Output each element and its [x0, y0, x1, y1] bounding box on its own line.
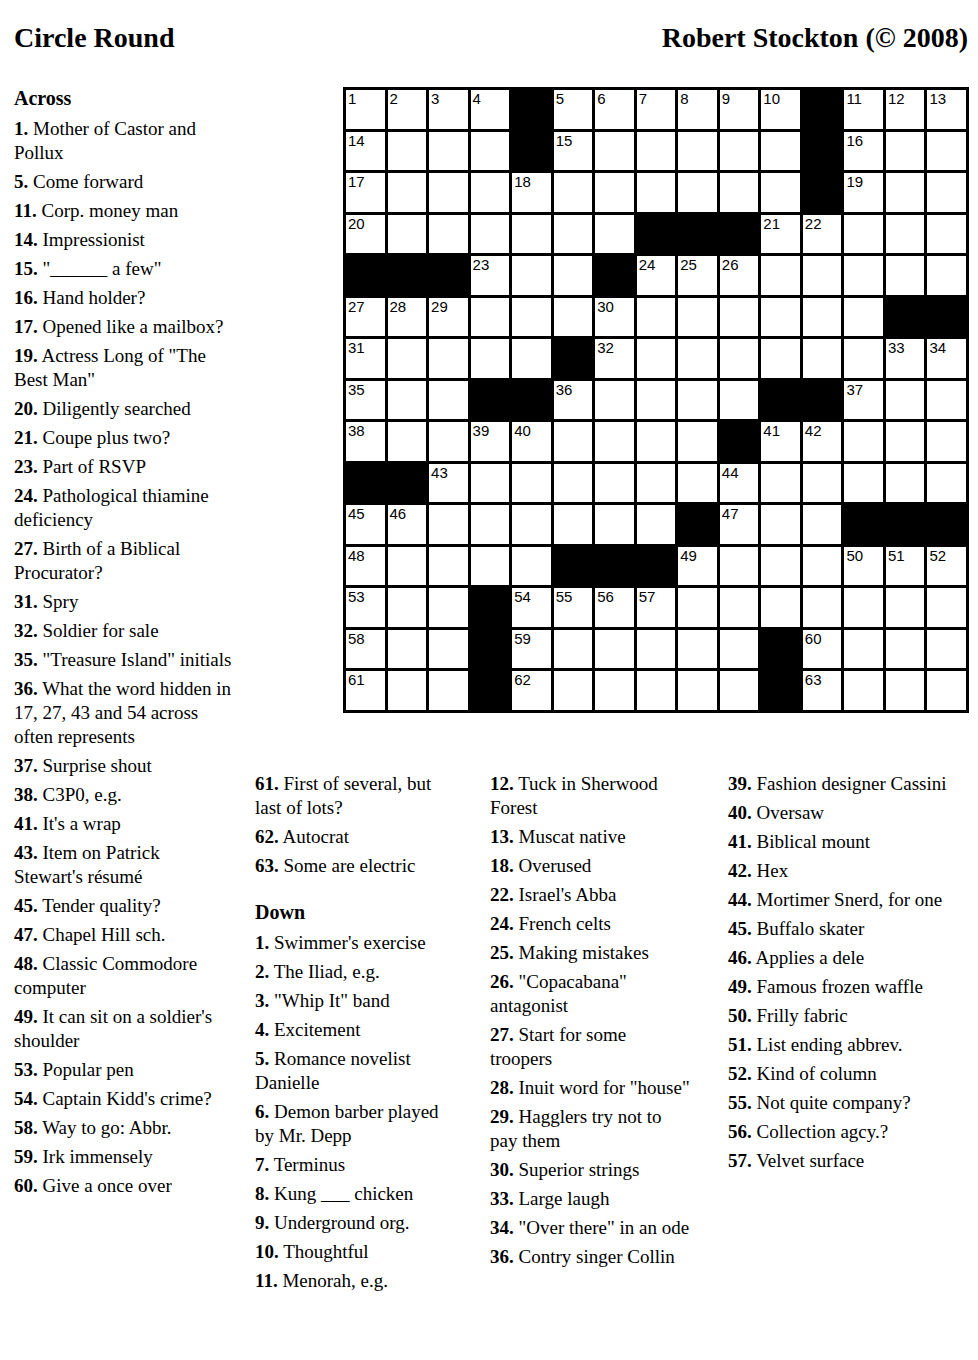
- clue-text: Underground org.: [269, 1212, 409, 1233]
- white-cell-r10c5[interactable]: [512, 464, 551, 503]
- white-cell-r3c1[interactable]: 17: [346, 173, 385, 212]
- clue-number: 57.: [728, 1150, 752, 1171]
- white-cell-r4c12[interactable]: 22: [803, 215, 842, 254]
- white-cell-r2c3[interactable]: [429, 132, 468, 171]
- white-cell-r1c1[interactable]: 1: [346, 90, 385, 129]
- white-cell-r11c5[interactable]: [512, 505, 551, 544]
- white-cell-r10c4[interactable]: [471, 464, 510, 503]
- white-cell-r11c12[interactable]: [803, 505, 842, 544]
- white-cell-r8c10[interactable]: [720, 381, 759, 420]
- black-cell-r11c13: [844, 505, 883, 544]
- white-cell-r7c4[interactable]: [471, 339, 510, 378]
- white-cell-r7c14[interactable]: 33: [886, 339, 925, 378]
- white-cell-r13c8[interactable]: 57: [637, 588, 676, 627]
- white-cell-r11c10[interactable]: 47: [720, 505, 759, 544]
- clue-text: Some are electric: [279, 855, 416, 876]
- white-cell-r1c7[interactable]: 6: [595, 90, 634, 129]
- cell-number: 60: [805, 631, 822, 646]
- white-cell-r14c1[interactable]: 58: [346, 630, 385, 669]
- white-cell-r3c6[interactable]: [554, 173, 593, 212]
- cell-number: 61: [348, 672, 365, 687]
- white-cell-r15c10[interactable]: [720, 671, 759, 710]
- down-clue-1: 1. Swimmer's exercise: [255, 931, 455, 955]
- white-cell-r9c1[interactable]: 38: [346, 422, 385, 461]
- white-cell-r13c6[interactable]: 55: [554, 588, 593, 627]
- black-cell-r12c8: [637, 547, 676, 586]
- white-cell-r15c15[interactable]: [927, 671, 966, 710]
- white-cell-r3c10[interactable]: [720, 173, 759, 212]
- cell-number: 41: [763, 423, 780, 438]
- clue-number: 49.: [728, 976, 752, 997]
- white-cell-r4c14[interactable]: [886, 215, 925, 254]
- clue-number: 48.: [14, 953, 38, 974]
- white-cell-r11c1[interactable]: 45: [346, 505, 385, 544]
- clue-number: 45.: [728, 918, 752, 939]
- white-cell-r2c8[interactable]: [637, 132, 676, 171]
- cell-number: 62: [514, 672, 531, 687]
- white-cell-r2c6[interactable]: 15: [554, 132, 593, 171]
- white-cell-r8c14[interactable]: [886, 381, 925, 420]
- white-cell-r12c5[interactable]: [512, 547, 551, 586]
- white-cell-r1c3[interactable]: 3: [429, 90, 468, 129]
- across-clue-54: 54. Captain Kidd's crime?: [14, 1087, 232, 1111]
- clue-text: It can sit on a soldier's shoulder: [14, 1006, 212, 1051]
- black-cell-r11c14: [886, 505, 925, 544]
- across-clues-header: Across: [14, 86, 232, 110]
- white-cell-r3c5[interactable]: 18: [512, 173, 551, 212]
- black-cell-r14c11: [761, 630, 800, 669]
- white-cell-r13c12[interactable]: [803, 588, 842, 627]
- white-cell-r5c11[interactable]: [761, 256, 800, 295]
- cell-number: 13: [929, 91, 946, 106]
- white-cell-r2c4[interactable]: [471, 132, 510, 171]
- black-cell-r5c3: [429, 256, 468, 295]
- down-clue-28: 28. Inuit word for "house": [490, 1076, 692, 1100]
- white-cell-r9c12[interactable]: 42: [803, 422, 842, 461]
- clue-number: 44.: [728, 889, 752, 910]
- white-cell-r11c2[interactable]: 46: [388, 505, 427, 544]
- clue-number: 9.: [255, 1212, 269, 1233]
- white-cell-r14c13[interactable]: [844, 630, 883, 669]
- white-cell-r15c13[interactable]: [844, 671, 883, 710]
- cell-number: 50: [846, 548, 863, 563]
- clue-text: Tender quality?: [38, 895, 161, 916]
- white-cell-r10c12[interactable]: [803, 464, 842, 503]
- white-cell-r7c15[interactable]: 34: [927, 339, 966, 378]
- white-cell-r14c5[interactable]: 59: [512, 630, 551, 669]
- clue-number: 27.: [490, 1024, 514, 1045]
- clue-number: 50.: [728, 1005, 752, 1026]
- white-cell-r4c6[interactable]: [554, 215, 593, 254]
- white-cell-r9c15[interactable]: [927, 422, 966, 461]
- white-cell-r4c13[interactable]: [844, 215, 883, 254]
- white-cell-r7c8[interactable]: [637, 339, 676, 378]
- white-cell-r11c4[interactable]: [471, 505, 510, 544]
- white-cell-r14c8[interactable]: [637, 630, 676, 669]
- clue-number: 29.: [490, 1106, 514, 1127]
- white-cell-r1c14[interactable]: 12: [886, 90, 925, 129]
- white-cell-r13c14[interactable]: [886, 588, 925, 627]
- white-cell-r4c3[interactable]: [429, 215, 468, 254]
- white-cell-r14c14[interactable]: [886, 630, 925, 669]
- down-clue-18: 18. Overused: [490, 854, 692, 878]
- cell-number: 8: [680, 91, 688, 106]
- white-cell-r9c6[interactable]: [554, 422, 593, 461]
- cell-number: 18: [514, 174, 531, 189]
- white-cell-r7c9[interactable]: [678, 339, 717, 378]
- cell-number: 23: [473, 257, 490, 272]
- clue-text: Not quite company?: [752, 1092, 911, 1113]
- white-cell-r6c6[interactable]: [554, 298, 593, 337]
- white-cell-r13c7[interactable]: 56: [595, 588, 634, 627]
- white-cell-r12c1[interactable]: 48: [346, 547, 385, 586]
- white-cell-r4c5[interactable]: [512, 215, 551, 254]
- white-cell-r13c9[interactable]: [678, 588, 717, 627]
- white-cell-r6c8[interactable]: [637, 298, 676, 337]
- white-cell-r3c2[interactable]: [388, 173, 427, 212]
- white-cell-r3c15[interactable]: [927, 173, 966, 212]
- white-cell-r6c5[interactable]: [512, 298, 551, 337]
- white-cell-r3c4[interactable]: [471, 173, 510, 212]
- cell-number: 48: [348, 548, 365, 563]
- down-clue-30: 30. Superior strings: [490, 1158, 692, 1182]
- white-cell-r6c3[interactable]: 29: [429, 298, 468, 337]
- white-cell-r2c9[interactable]: [678, 132, 717, 171]
- black-cell-r6c15: [927, 298, 966, 337]
- clue-text: C3P0, e.g.: [38, 784, 122, 805]
- down-clue-36: 36. Contry singer Collin: [490, 1245, 692, 1269]
- cell-number: 22: [805, 216, 822, 231]
- clue-text: "______ a few": [38, 258, 162, 279]
- white-cell-r2c11[interactable]: [761, 132, 800, 171]
- white-cell-r7c1[interactable]: 31: [346, 339, 385, 378]
- white-cell-r10c15[interactable]: [927, 464, 966, 503]
- white-cell-r1c11[interactable]: 10: [761, 90, 800, 129]
- white-cell-r1c15[interactable]: 13: [927, 90, 966, 129]
- white-cell-r6c11[interactable]: [761, 298, 800, 337]
- clue-text: Surprise shout: [38, 755, 152, 776]
- white-cell-r11c8[interactable]: [637, 505, 676, 544]
- white-cell-r14c6[interactable]: [554, 630, 593, 669]
- down-clue-56: 56. Collection agcy.?: [728, 1120, 968, 1144]
- white-cell-r1c13[interactable]: 11: [844, 90, 883, 129]
- white-cell-r3c13[interactable]: 19: [844, 173, 883, 212]
- across-clue-58: 58. Way to go: Abbr.: [14, 1116, 232, 1140]
- white-cell-r12c11[interactable]: [761, 547, 800, 586]
- white-cell-r12c2[interactable]: [388, 547, 427, 586]
- clue-number: 39.: [728, 773, 752, 794]
- white-cell-r15c2[interactable]: [388, 671, 427, 710]
- white-cell-r7c2[interactable]: [388, 339, 427, 378]
- white-cell-r12c14[interactable]: 51: [886, 547, 925, 586]
- down-clue-11: 11. Menorah, e.g.: [255, 1269, 455, 1293]
- white-cell-r6c9[interactable]: [678, 298, 717, 337]
- white-cell-r10c14[interactable]: [886, 464, 925, 503]
- white-cell-r9c8[interactable]: [637, 422, 676, 461]
- white-cell-r5c5[interactable]: [512, 256, 551, 295]
- clue-text: "Treasure Island" initials: [38, 649, 232, 670]
- white-cell-r9c7[interactable]: [595, 422, 634, 461]
- down-clue-44: 44. Mortimer Snerd, for one: [728, 888, 968, 912]
- clue-number: 19.: [14, 345, 38, 366]
- down-clue-33: 33. Large laugh: [490, 1187, 692, 1211]
- white-cell-r6c7[interactable]: 30: [595, 298, 634, 337]
- white-cell-r4c7[interactable]: [595, 215, 634, 254]
- white-cell-r9c3[interactable]: [429, 422, 468, 461]
- white-cell-r5c12[interactable]: [803, 256, 842, 295]
- clue-text: Captain Kidd's crime?: [38, 1088, 212, 1109]
- white-cell-r13c2[interactable]: [388, 588, 427, 627]
- clue-number: 36.: [490, 1246, 514, 1267]
- white-cell-r2c14[interactable]: [886, 132, 925, 171]
- clue-number: 22.: [490, 884, 514, 905]
- clue-text: Buffalo skater: [752, 918, 865, 939]
- white-cell-r11c11[interactable]: [761, 505, 800, 544]
- clue-text: Opened like a mailbox?: [38, 316, 224, 337]
- black-cell-r1c5: [512, 90, 551, 129]
- white-cell-r14c2[interactable]: [388, 630, 427, 669]
- white-cell-r4c1[interactable]: 20: [346, 215, 385, 254]
- across-clue-20: 20. Diligently searched: [14, 397, 232, 421]
- cell-number: 2: [390, 91, 398, 106]
- white-cell-r12c15[interactable]: 52: [927, 547, 966, 586]
- white-cell-r2c7[interactable]: [595, 132, 634, 171]
- clue-text: List ending abbrev.: [752, 1034, 903, 1055]
- white-cell-r12c10[interactable]: [720, 547, 759, 586]
- cell-number: 7: [639, 91, 647, 106]
- white-cell-r5c9[interactable]: 25: [678, 256, 717, 295]
- white-cell-r11c7[interactable]: [595, 505, 634, 544]
- white-cell-r1c8[interactable]: 7: [637, 90, 676, 129]
- clue-number: 17.: [14, 316, 38, 337]
- white-cell-r9c13[interactable]: [844, 422, 883, 461]
- white-cell-r2c13[interactable]: 16: [844, 132, 883, 171]
- white-cell-r14c9[interactable]: [678, 630, 717, 669]
- white-cell-r1c10[interactable]: 9: [720, 90, 759, 129]
- cell-number: 47: [722, 506, 739, 521]
- white-cell-r15c1[interactable]: 61: [346, 671, 385, 710]
- white-cell-r4c4[interactable]: [471, 215, 510, 254]
- cell-number: 57: [639, 589, 656, 604]
- clue-text: Frilly fabric: [752, 1005, 848, 1026]
- clue-number: 33.: [490, 1188, 514, 1209]
- white-cell-r12c9[interactable]: 49: [678, 547, 717, 586]
- white-cell-r13c15[interactable]: [927, 588, 966, 627]
- white-cell-r9c9[interactable]: [678, 422, 717, 461]
- white-cell-r15c6[interactable]: [554, 671, 593, 710]
- cell-number: 11: [846, 91, 862, 106]
- down-clue-3: 3. "Whip It" band: [255, 989, 455, 1013]
- clue-text: Kung ___ chicken: [269, 1183, 413, 1204]
- white-cell-r7c13[interactable]: [844, 339, 883, 378]
- white-cell-r12c4[interactable]: [471, 547, 510, 586]
- white-cell-r15c3[interactable]: [429, 671, 468, 710]
- clue-number: 21.: [14, 427, 38, 448]
- white-cell-r6c1[interactable]: 27: [346, 298, 385, 337]
- white-cell-r3c7[interactable]: [595, 173, 634, 212]
- white-cell-r8c6[interactable]: 36: [554, 381, 593, 420]
- white-cell-r2c2[interactable]: [388, 132, 427, 171]
- down-clue-41: 41. Biblical mount: [728, 830, 968, 854]
- white-cell-r5c4[interactable]: 23: [471, 256, 510, 295]
- clue-number: 46.: [728, 947, 752, 968]
- white-cell-r14c7[interactable]: [595, 630, 634, 669]
- white-cell-r11c6[interactable]: [554, 505, 593, 544]
- across-clue-53: 53. Popular pen: [14, 1058, 232, 1082]
- white-cell-r3c11[interactable]: [761, 173, 800, 212]
- white-cell-r8c7[interactable]: [595, 381, 634, 420]
- white-cell-r4c15[interactable]: [927, 215, 966, 254]
- white-cell-r15c5[interactable]: 62: [512, 671, 551, 710]
- cell-number: 53: [348, 589, 365, 604]
- white-cell-r12c12[interactable]: [803, 547, 842, 586]
- white-cell-r7c3[interactable]: [429, 339, 468, 378]
- clue-column-2: 61. First of several, but last of lots?6…: [255, 772, 455, 1298]
- white-cell-r6c10[interactable]: [720, 298, 759, 337]
- clue-number: 53.: [14, 1059, 38, 1080]
- white-cell-r7c7[interactable]: 32: [595, 339, 634, 378]
- white-cell-r6c12[interactable]: [803, 298, 842, 337]
- cell-number: 24: [639, 257, 656, 272]
- white-cell-r9c5[interactable]: 40: [512, 422, 551, 461]
- clue-text: Famous frozen waffle: [752, 976, 923, 997]
- white-cell-r6c13[interactable]: [844, 298, 883, 337]
- white-cell-r5c6[interactable]: [554, 256, 593, 295]
- white-cell-r13c5[interactable]: 54: [512, 588, 551, 627]
- white-cell-r14c15[interactable]: [927, 630, 966, 669]
- white-cell-r1c4[interactable]: 4: [471, 90, 510, 129]
- white-cell-r15c12[interactable]: 63: [803, 671, 842, 710]
- white-cell-r12c3[interactable]: [429, 547, 468, 586]
- white-cell-r10c6[interactable]: [554, 464, 593, 503]
- black-cell-r8c12: [803, 381, 842, 420]
- across-clue-62: 62. Autocrat: [255, 825, 455, 849]
- cell-number: 46: [390, 506, 407, 521]
- clue-number: 16.: [14, 287, 38, 308]
- white-cell-r14c3[interactable]: [429, 630, 468, 669]
- white-cell-r8c9[interactable]: [678, 381, 717, 420]
- black-cell-r4c8: [637, 215, 676, 254]
- white-cell-r13c3[interactable]: [429, 588, 468, 627]
- white-cell-r9c14[interactable]: [886, 422, 925, 461]
- white-cell-r14c12[interactable]: 60: [803, 630, 842, 669]
- white-cell-r10c9[interactable]: [678, 464, 717, 503]
- white-cell-r15c8[interactable]: [637, 671, 676, 710]
- white-cell-r7c11[interactable]: [761, 339, 800, 378]
- black-cell-r13c4: [471, 588, 510, 627]
- white-cell-r10c3[interactable]: 43: [429, 464, 468, 503]
- across-clue-43: 43. Item on Patrick Stewart's résumé: [14, 841, 232, 889]
- white-cell-r1c6[interactable]: 5: [554, 90, 593, 129]
- white-cell-r3c8[interactable]: [637, 173, 676, 212]
- clue-text: Impressionist: [38, 229, 145, 250]
- white-cell-r13c10[interactable]: [720, 588, 759, 627]
- clue-number: 47.: [14, 924, 38, 945]
- clue-text: Part of RSVP: [38, 456, 146, 477]
- white-cell-r8c13[interactable]: 37: [844, 381, 883, 420]
- white-cell-r7c10[interactable]: [720, 339, 759, 378]
- across-clue-24: 24. Pathological thiamine deficiency: [14, 484, 232, 532]
- clue-number: 41.: [14, 813, 38, 834]
- cell-number: 16: [846, 133, 863, 148]
- cell-number: 32: [597, 340, 614, 355]
- clue-column-3: 12. Tuck in Sherwood Forest13. Muscat na…: [490, 772, 692, 1274]
- puzzle-title: Circle Round: [14, 22, 175, 54]
- white-cell-r3c3[interactable]: [429, 173, 468, 212]
- white-cell-r5c10[interactable]: 26: [720, 256, 759, 295]
- white-cell-r15c9[interactable]: [678, 671, 717, 710]
- clue-number: 61.: [255, 773, 279, 794]
- white-cell-r2c10[interactable]: [720, 132, 759, 171]
- white-cell-r8c2[interactable]: [388, 381, 427, 420]
- white-cell-r10c10[interactable]: 44: [720, 464, 759, 503]
- cell-number: 36: [556, 382, 573, 397]
- clue-number: 14.: [14, 229, 38, 250]
- white-cell-r2c1[interactable]: 14: [346, 132, 385, 171]
- white-cell-r4c11[interactable]: 21: [761, 215, 800, 254]
- white-cell-r8c1[interactable]: 35: [346, 381, 385, 420]
- across-clue-5: 5. Come forward: [14, 170, 232, 194]
- white-cell-r5c8[interactable]: 24: [637, 256, 676, 295]
- white-cell-r6c2[interactable]: 28: [388, 298, 427, 337]
- cell-number: 37: [846, 382, 863, 397]
- cell-number: 5: [556, 91, 564, 106]
- white-cell-r10c8[interactable]: [637, 464, 676, 503]
- white-cell-r8c8[interactable]: [637, 381, 676, 420]
- white-cell-r3c9[interactable]: [678, 173, 717, 212]
- clue-text: Fashion designer Cassini: [752, 773, 947, 794]
- white-cell-r2c15[interactable]: [927, 132, 966, 171]
- white-cell-r10c11[interactable]: [761, 464, 800, 503]
- white-cell-r1c2[interactable]: 2: [388, 90, 427, 129]
- white-cell-r5c14[interactable]: [886, 256, 925, 295]
- white-cell-r5c15[interactable]: [927, 256, 966, 295]
- white-cell-r15c14[interactable]: [886, 671, 925, 710]
- clue-text: Pathological thiamine deficiency: [14, 485, 209, 530]
- white-cell-r4c2[interactable]: [388, 215, 427, 254]
- white-cell-r7c12[interactable]: [803, 339, 842, 378]
- white-cell-r14c10[interactable]: [720, 630, 759, 669]
- white-cell-r11c3[interactable]: [429, 505, 468, 544]
- white-cell-r3c14[interactable]: [886, 173, 925, 212]
- white-cell-r13c13[interactable]: [844, 588, 883, 627]
- cell-number: 58: [348, 631, 365, 646]
- white-cell-r5c13[interactable]: [844, 256, 883, 295]
- clue-text: Come forward: [28, 171, 143, 192]
- white-cell-r12c13[interactable]: 50: [844, 547, 883, 586]
- cell-number: 51: [888, 548, 905, 563]
- black-cell-r11c9: [678, 505, 717, 544]
- cell-number: 15: [556, 133, 573, 148]
- white-cell-r8c3[interactable]: [429, 381, 468, 420]
- white-cell-r13c1[interactable]: 53: [346, 588, 385, 627]
- white-cell-r7c5[interactable]: [512, 339, 551, 378]
- white-cell-r6c4[interactable]: [471, 298, 510, 337]
- white-cell-r13c11[interactable]: [761, 588, 800, 627]
- white-cell-r8c15[interactable]: [927, 381, 966, 420]
- white-cell-r9c2[interactable]: [388, 422, 427, 461]
- white-cell-r10c7[interactable]: [595, 464, 634, 503]
- down-clue-2: 2. The Iliad, e.g.: [255, 960, 455, 984]
- white-cell-r15c7[interactable]: [595, 671, 634, 710]
- white-cell-r9c11[interactable]: 41: [761, 422, 800, 461]
- white-cell-r1c9[interactable]: 8: [678, 90, 717, 129]
- white-cell-r10c13[interactable]: [844, 464, 883, 503]
- white-cell-r9c4[interactable]: 39: [471, 422, 510, 461]
- clue-number: 41.: [728, 831, 752, 852]
- crossword-grid: 1234567891011121314151617181920212223242…: [343, 87, 969, 713]
- clue-number: 42.: [728, 860, 752, 881]
